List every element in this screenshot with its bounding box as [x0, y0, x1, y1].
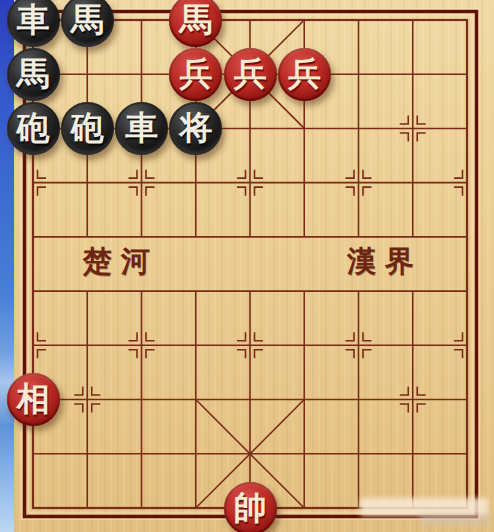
piece-glyph: 車: [125, 111, 158, 144]
piece-red-兵[interactable]: 兵: [278, 48, 331, 101]
piece-black-砲[interactable]: 砲: [7, 102, 60, 155]
piece-glyph: 帥: [234, 491, 267, 524]
piece-black-将[interactable]: 将: [169, 102, 222, 155]
piece-glyph: 馬: [179, 3, 212, 36]
piece-black-砲[interactable]: 砲: [61, 102, 114, 155]
piece-black-馬[interactable]: 馬: [7, 48, 60, 101]
piece-black-馬[interactable]: 馬: [61, 0, 114, 47]
piece-glyph: 兵: [179, 57, 212, 90]
piece-red-兵[interactable]: 兵: [169, 48, 222, 101]
watermark-smudge: [420, 514, 490, 526]
piece-red-兵[interactable]: 兵: [224, 48, 277, 101]
xiangqi-board-scene: 楚河 漢界 車馬馬馬兵兵兵砲砲車将相帥: [0, 0, 494, 532]
piece-glyph: 兵: [288, 57, 321, 90]
piece-black-車[interactable]: 車: [115, 102, 168, 155]
piece-glyph: 砲: [71, 111, 104, 144]
piece-glyph: 馬: [17, 57, 50, 90]
piece-glyph: 馬: [71, 3, 104, 36]
piece-glyph: 将: [179, 111, 212, 144]
piece-glyph: 兵: [234, 57, 267, 90]
piece-red-馬[interactable]: 馬: [169, 0, 222, 47]
piece-black-車[interactable]: 車: [7, 0, 60, 47]
piece-red-相[interactable]: 相: [7, 373, 60, 426]
piece-glyph: 相: [17, 382, 50, 415]
piece-glyph: 砲: [17, 111, 50, 144]
piece-glyph: 車: [17, 3, 50, 36]
pieces-layer: 車馬馬馬兵兵兵砲砲車将相帥: [6, 0, 494, 532]
piece-red-帥[interactable]: 帥: [224, 482, 277, 532]
